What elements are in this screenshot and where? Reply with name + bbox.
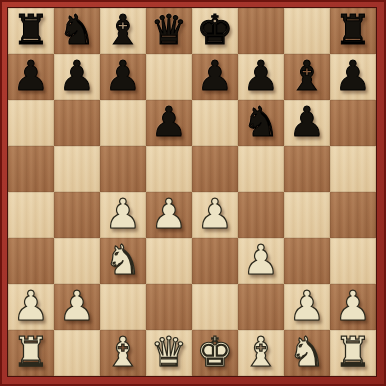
square-f3[interactable]: ♟: [238, 238, 284, 284]
piece-black-queen[interactable]: ♛: [151, 10, 188, 51]
square-b3[interactable]: [54, 238, 100, 284]
piece-white-knight[interactable]: ♞: [105, 240, 142, 281]
square-g5[interactable]: [284, 146, 330, 192]
square-e6[interactable]: [192, 100, 238, 146]
square-a5[interactable]: [8, 146, 54, 192]
square-a4[interactable]: [8, 192, 54, 238]
square-a3[interactable]: [8, 238, 54, 284]
piece-white-pawn[interactable]: ♟: [59, 286, 96, 327]
square-e2[interactable]: [192, 284, 238, 330]
chess-board: ♜♞♝♛♚♜♟♟♟♟♟♝♟♟♞♟♟♟♟♞♟♟♟♟♟♜♝♛♚♝♞♜: [8, 8, 376, 376]
square-a7[interactable]: ♟: [8, 54, 54, 100]
square-e5[interactable]: [192, 146, 238, 192]
square-d6[interactable]: ♟: [146, 100, 192, 146]
square-c5[interactable]: [100, 146, 146, 192]
square-c4[interactable]: ♟: [100, 192, 146, 238]
piece-white-bishop[interactable]: ♝: [105, 332, 142, 373]
piece-white-pawn[interactable]: ♟: [105, 194, 142, 235]
board-frame: ♜♞♝♛♚♜♟♟♟♟♟♝♟♟♞♟♟♟♟♞♟♟♟♟♟♜♝♛♚♝♞♜: [0, 0, 386, 386]
piece-black-pawn[interactable]: ♟: [289, 102, 326, 143]
square-f8[interactable]: [238, 8, 284, 54]
piece-white-rook[interactable]: ♜: [335, 332, 372, 373]
square-f5[interactable]: [238, 146, 284, 192]
square-f6[interactable]: ♞: [238, 100, 284, 146]
piece-white-bishop[interactable]: ♝: [243, 332, 280, 373]
piece-white-pawn[interactable]: ♟: [335, 286, 372, 327]
square-d8[interactable]: ♛: [146, 8, 192, 54]
piece-black-knight[interactable]: ♞: [243, 102, 280, 143]
square-b8[interactable]: ♞: [54, 8, 100, 54]
piece-white-pawn[interactable]: ♟: [197, 194, 234, 235]
piece-black-pawn[interactable]: ♟: [243, 56, 280, 97]
square-a6[interactable]: [8, 100, 54, 146]
square-c2[interactable]: [100, 284, 146, 330]
piece-black-pawn[interactable]: ♟: [105, 56, 142, 97]
piece-black-pawn[interactable]: ♟: [335, 56, 372, 97]
piece-white-pawn[interactable]: ♟: [151, 194, 188, 235]
piece-black-rook[interactable]: ♜: [13, 10, 50, 51]
piece-black-bishop[interactable]: ♝: [289, 56, 326, 97]
square-g4[interactable]: [284, 192, 330, 238]
piece-white-pawn[interactable]: ♟: [289, 286, 326, 327]
square-d5[interactable]: [146, 146, 192, 192]
piece-black-king[interactable]: ♚: [197, 10, 234, 51]
square-a8[interactable]: ♜: [8, 8, 54, 54]
piece-white-rook[interactable]: ♜: [13, 332, 50, 373]
square-b2[interactable]: ♟: [54, 284, 100, 330]
square-e7[interactable]: ♟: [192, 54, 238, 100]
piece-white-queen[interactable]: ♛: [151, 332, 188, 373]
piece-black-pawn[interactable]: ♟: [151, 102, 188, 143]
square-h3[interactable]: [330, 238, 376, 284]
square-h2[interactable]: ♟: [330, 284, 376, 330]
square-b1[interactable]: [54, 330, 100, 376]
square-f2[interactable]: [238, 284, 284, 330]
square-d3[interactable]: [146, 238, 192, 284]
square-b5[interactable]: [54, 146, 100, 192]
piece-black-rook[interactable]: ♜: [335, 10, 372, 51]
piece-black-pawn[interactable]: ♟: [13, 56, 50, 97]
square-c6[interactable]: [100, 100, 146, 146]
square-d2[interactable]: [146, 284, 192, 330]
square-b6[interactable]: [54, 100, 100, 146]
square-b7[interactable]: ♟: [54, 54, 100, 100]
square-g6[interactable]: ♟: [284, 100, 330, 146]
square-d1[interactable]: ♛: [146, 330, 192, 376]
square-g1[interactable]: ♞: [284, 330, 330, 376]
square-b4[interactable]: [54, 192, 100, 238]
piece-black-pawn[interactable]: ♟: [197, 56, 234, 97]
square-a1[interactable]: ♜: [8, 330, 54, 376]
square-h1[interactable]: ♜: [330, 330, 376, 376]
square-h6[interactable]: [330, 100, 376, 146]
square-e8[interactable]: ♚: [192, 8, 238, 54]
piece-white-knight[interactable]: ♞: [289, 332, 326, 373]
square-h4[interactable]: [330, 192, 376, 238]
piece-black-pawn[interactable]: ♟: [59, 56, 96, 97]
square-c3[interactable]: ♞: [100, 238, 146, 284]
square-g8[interactable]: [284, 8, 330, 54]
square-e4[interactable]: ♟: [192, 192, 238, 238]
square-g7[interactable]: ♝: [284, 54, 330, 100]
square-f4[interactable]: [238, 192, 284, 238]
piece-white-pawn[interactable]: ♟: [243, 240, 280, 281]
square-g2[interactable]: ♟: [284, 284, 330, 330]
square-h5[interactable]: [330, 146, 376, 192]
square-d7[interactable]: [146, 54, 192, 100]
square-c8[interactable]: ♝: [100, 8, 146, 54]
square-c7[interactable]: ♟: [100, 54, 146, 100]
piece-white-pawn[interactable]: ♟: [13, 286, 50, 327]
square-g3[interactable]: [284, 238, 330, 284]
piece-black-bishop[interactable]: ♝: [105, 10, 142, 51]
square-e3[interactable]: [192, 238, 238, 284]
square-d4[interactable]: ♟: [146, 192, 192, 238]
square-f1[interactable]: ♝: [238, 330, 284, 376]
square-c1[interactable]: ♝: [100, 330, 146, 376]
piece-black-knight[interactable]: ♞: [59, 10, 96, 51]
square-a2[interactable]: ♟: [8, 284, 54, 330]
piece-white-king[interactable]: ♚: [197, 332, 234, 373]
square-h8[interactable]: ♜: [330, 8, 376, 54]
square-f7[interactable]: ♟: [238, 54, 284, 100]
square-e1[interactable]: ♚: [192, 330, 238, 376]
square-h7[interactable]: ♟: [330, 54, 376, 100]
